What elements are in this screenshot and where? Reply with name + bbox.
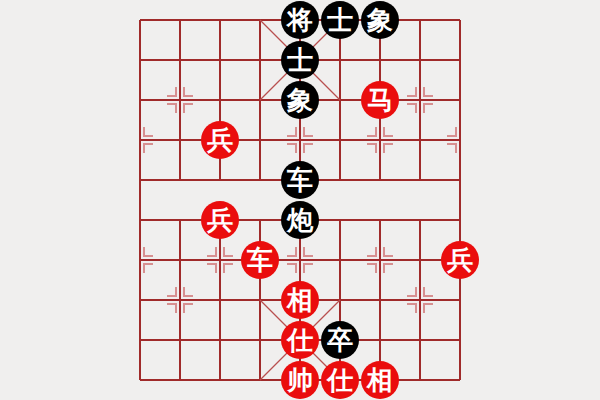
piece-red-chariot[interactable]: 车 xyxy=(241,241,279,279)
board-point-0-4[interactable] xyxy=(120,160,160,200)
board-point-7-7[interactable] xyxy=(400,280,440,320)
board-point-0-3[interactable] xyxy=(120,120,160,160)
piece-red-elephant[interactable]: 相 xyxy=(281,281,319,319)
board-point-8-3[interactable] xyxy=(440,120,480,160)
board-point-0-5[interactable] xyxy=(120,200,160,240)
board-point-1-6[interactable] xyxy=(160,240,200,280)
board-point-6-3[interactable] xyxy=(360,120,400,160)
board-point-1-1[interactable] xyxy=(160,40,200,80)
piece-red-advisor[interactable]: 仕 xyxy=(321,361,359,399)
piece-black-chariot[interactable]: 车 xyxy=(281,161,319,199)
board-point-5-4[interactable] xyxy=(320,160,360,200)
board-point-2-4[interactable] xyxy=(200,160,240,200)
board-point-7-6[interactable] xyxy=(400,240,440,280)
board-point-8-1[interactable] xyxy=(440,40,480,80)
piece-red-soldier[interactable]: 兵 xyxy=(201,121,239,159)
piece-red-soldier[interactable]: 兵 xyxy=(441,241,479,279)
board-point-2-1[interactable] xyxy=(200,40,240,80)
board-point-7-8[interactable] xyxy=(400,320,440,360)
board-point-3-3[interactable] xyxy=(240,120,280,160)
piece-black-elephant[interactable]: 象 xyxy=(281,81,319,119)
board-point-6-4[interactable] xyxy=(360,160,400,200)
board-point-8-5[interactable] xyxy=(440,200,480,240)
piece-red-general[interactable]: 帅 xyxy=(281,361,319,399)
piece-black-general[interactable]: 将 xyxy=(281,1,319,39)
board-point-1-9[interactable] xyxy=(160,360,200,400)
board-point-3-7[interactable] xyxy=(240,280,280,320)
board-point-8-0[interactable] xyxy=(440,0,480,40)
board-point-7-9[interactable] xyxy=(400,360,440,400)
board-point-6-8[interactable] xyxy=(360,320,400,360)
board-point-6-1[interactable] xyxy=(360,40,400,80)
board-point-0-6[interactable] xyxy=(120,240,160,280)
board-point-0-8[interactable] xyxy=(120,320,160,360)
board-point-1-8[interactable] xyxy=(160,320,200,360)
board-point-3-8[interactable] xyxy=(240,320,280,360)
piece-black-advisor[interactable]: 士 xyxy=(281,41,319,79)
board-point-8-2[interactable] xyxy=(440,80,480,120)
board-point-7-0[interactable] xyxy=(400,0,440,40)
board-point-6-5[interactable] xyxy=(360,200,400,240)
piece-black-cannon[interactable]: 炮 xyxy=(281,201,319,239)
board-point-2-2[interactable] xyxy=(200,80,240,120)
board-point-1-2[interactable] xyxy=(160,80,200,120)
piece-layer: 将士象士象马兵车兵炮车兵相仕卒帅仕相 xyxy=(120,0,480,400)
board-point-5-6[interactable] xyxy=(320,240,360,280)
board-point-8-9[interactable] xyxy=(440,360,480,400)
board-point-3-2[interactable] xyxy=(240,80,280,120)
board-point-3-1[interactable] xyxy=(240,40,280,80)
board-point-7-1[interactable] xyxy=(400,40,440,80)
board-point-3-9[interactable] xyxy=(240,360,280,400)
board-point-2-7[interactable] xyxy=(200,280,240,320)
board-point-4-6[interactable] xyxy=(280,240,320,280)
board-point-8-4[interactable] xyxy=(440,160,480,200)
page: 将士象士象马兵车兵炮车兵相仕卒帅仕相 xyxy=(0,0,600,400)
board-point-1-4[interactable] xyxy=(160,160,200,200)
board-point-8-7[interactable] xyxy=(440,280,480,320)
board-point-5-5[interactable] xyxy=(320,200,360,240)
board-point-5-1[interactable] xyxy=(320,40,360,80)
board-point-3-0[interactable] xyxy=(240,0,280,40)
board-point-7-4[interactable] xyxy=(400,160,440,200)
board-point-7-2[interactable] xyxy=(400,80,440,120)
board-point-1-7[interactable] xyxy=(160,280,200,320)
piece-red-horse[interactable]: 马 xyxy=(361,81,399,119)
board-point-6-7[interactable] xyxy=(360,280,400,320)
board-point-5-2[interactable] xyxy=(320,80,360,120)
board-point-1-0[interactable] xyxy=(160,0,200,40)
board-point-1-3[interactable] xyxy=(160,120,200,160)
board-point-2-8[interactable] xyxy=(200,320,240,360)
board-point-0-7[interactable] xyxy=(120,280,160,320)
board-point-7-5[interactable] xyxy=(400,200,440,240)
board-point-4-3[interactable] xyxy=(280,120,320,160)
board-point-5-3[interactable] xyxy=(320,120,360,160)
board-point-3-5[interactable] xyxy=(240,200,280,240)
board-point-6-6[interactable] xyxy=(360,240,400,280)
board-point-5-7[interactable] xyxy=(320,280,360,320)
piece-red-soldier[interactable]: 兵 xyxy=(201,201,239,239)
piece-red-advisor[interactable]: 仕 xyxy=(281,321,319,359)
board-point-8-8[interactable] xyxy=(440,320,480,360)
piece-black-soldier[interactable]: 卒 xyxy=(321,321,359,359)
board-point-0-0[interactable] xyxy=(120,0,160,40)
board-point-0-1[interactable] xyxy=(120,40,160,80)
board-point-0-2[interactable] xyxy=(120,80,160,120)
board-point-2-6[interactable] xyxy=(200,240,240,280)
piece-black-elephant[interactable]: 象 xyxy=(361,1,399,39)
piece-black-advisor[interactable]: 士 xyxy=(321,1,359,39)
board-point-2-0[interactable] xyxy=(200,0,240,40)
board-point-7-3[interactable] xyxy=(400,120,440,160)
piece-red-elephant[interactable]: 相 xyxy=(361,361,399,399)
board-point-1-5[interactable] xyxy=(160,200,200,240)
board-point-0-9[interactable] xyxy=(120,360,160,400)
board-point-3-4[interactable] xyxy=(240,160,280,200)
board-point-2-9[interactable] xyxy=(200,360,240,400)
